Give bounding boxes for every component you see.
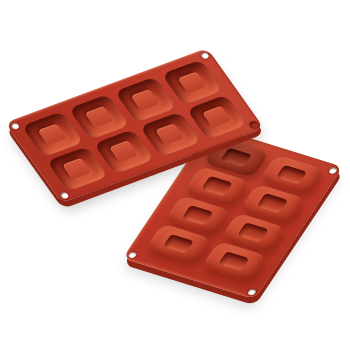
bump-recess [201, 176, 232, 196]
cavity-center-plateau [38, 123, 67, 145]
cavity-center-plateau [109, 141, 138, 163]
cavity-center-plateau [131, 89, 160, 111]
cavity-center-plateau [202, 106, 231, 128]
bump-recess [220, 147, 251, 167]
cavity-center-plateau [84, 106, 113, 128]
bump-recess [238, 223, 269, 243]
cavity-center-plateau [156, 123, 185, 145]
bump-recess [257, 194, 288, 214]
product-photo [0, 0, 350, 350]
cavity-center-plateau [63, 158, 92, 180]
bump-recess [182, 205, 213, 225]
bump-recess [163, 234, 194, 254]
bump-recess [276, 165, 307, 185]
cavity-center-plateau [177, 72, 206, 94]
bump-recess [218, 251, 249, 271]
mold-cavity [46, 146, 108, 191]
